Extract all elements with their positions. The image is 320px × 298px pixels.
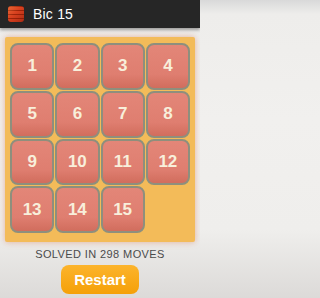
tile-11[interactable]: 11	[101, 139, 145, 186]
tile-13[interactable]: 13	[10, 186, 54, 233]
tile-8[interactable]: 8	[146, 91, 190, 138]
status-text: SOLVED IN 298 MOVES	[0, 248, 200, 260]
tile-grid: 123456789101112131415	[10, 43, 190, 233]
tile-5[interactable]: 5	[10, 91, 54, 138]
empty-cell	[146, 186, 190, 233]
app-icon	[8, 6, 24, 22]
tile-9[interactable]: 9	[10, 139, 54, 186]
restart-button[interactable]: Restart	[61, 265, 139, 294]
app-title: Bic 15	[33, 6, 73, 22]
tile-2[interactable]: 2	[55, 43, 99, 90]
tile-12[interactable]: 12	[146, 139, 190, 186]
app-header: Bic 15	[0, 0, 200, 28]
tile-1[interactable]: 1	[10, 43, 54, 90]
tile-4[interactable]: 4	[146, 43, 190, 90]
tile-15[interactable]: 15	[101, 186, 145, 233]
tile-14[interactable]: 14	[55, 186, 99, 233]
puzzle-board: 123456789101112131415	[5, 37, 195, 242]
tile-6[interactable]: 6	[55, 91, 99, 138]
tile-7[interactable]: 7	[101, 91, 145, 138]
tile-3[interactable]: 3	[101, 43, 145, 90]
tile-10[interactable]: 10	[55, 139, 99, 186]
